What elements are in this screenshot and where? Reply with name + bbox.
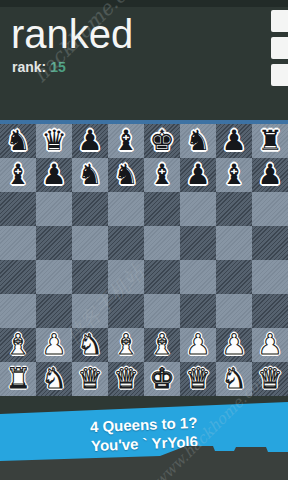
square-e3[interactable]	[144, 294, 180, 328]
square-h5[interactable]	[252, 226, 288, 260]
square-d6[interactable]	[108, 192, 144, 226]
square-h3[interactable]	[252, 294, 288, 328]
piece-bN-f8[interactable]: ♞	[180, 124, 216, 158]
piece-bP-b7[interactable]: ♟	[36, 158, 72, 192]
piece-bB-g7[interactable]: ♝	[216, 158, 252, 192]
square-a7[interactable]: ♝	[0, 158, 36, 192]
square-b5[interactable]	[36, 226, 72, 260]
square-b4[interactable]	[36, 260, 72, 294]
square-e5[interactable]	[144, 226, 180, 260]
piece-bR-h8[interactable]: ♜	[252, 124, 288, 158]
piece-bQ-b8[interactable]: ♛	[36, 124, 72, 158]
square-e8[interactable]: ♚	[144, 124, 180, 158]
square-d1[interactable]: ♛	[108, 362, 144, 396]
piece-bB-e7[interactable]: ♝	[144, 158, 180, 192]
square-a5[interactable]	[0, 226, 36, 260]
square-h7[interactable]: ♟	[252, 158, 288, 192]
square-e2[interactable]: ♝	[144, 328, 180, 362]
square-a6[interactable]	[0, 192, 36, 226]
square-b6[interactable]	[36, 192, 72, 226]
square-b1[interactable]: ♞	[36, 362, 72, 396]
piece-wQ-d1[interactable]: ♛	[108, 362, 144, 396]
square-f3[interactable]	[180, 294, 216, 328]
piece-wN-g1[interactable]: ♞	[216, 362, 252, 396]
square-h6[interactable]	[252, 192, 288, 226]
square-b8[interactable]: ♛	[36, 124, 72, 158]
square-c3[interactable]	[72, 294, 108, 328]
square-d7[interactable]: ♞	[108, 158, 144, 192]
square-f8[interactable]: ♞	[180, 124, 216, 158]
square-e1[interactable]: ♚	[144, 362, 180, 396]
square-f6[interactable]	[180, 192, 216, 226]
piece-bB-a7[interactable]: ♝	[0, 158, 36, 192]
square-a8[interactable]: ♞	[0, 124, 36, 158]
square-h8[interactable]: ♜	[252, 124, 288, 158]
square-a4[interactable]	[0, 260, 36, 294]
square-e6[interactable]	[144, 192, 180, 226]
square-h4[interactable]	[252, 260, 288, 294]
rank-label: rank:	[12, 59, 46, 75]
square-b3[interactable]	[36, 294, 72, 328]
piece-bP-h7[interactable]: ♟	[252, 158, 288, 192]
square-f2[interactable]: ♟	[180, 328, 216, 362]
rank-row: rank:15	[12, 59, 66, 75]
square-c2[interactable]: ♞	[72, 328, 108, 362]
square-c5[interactable]	[72, 226, 108, 260]
square-c4[interactable]	[72, 260, 108, 294]
square-e4[interactable]	[144, 260, 180, 294]
square-d8[interactable]: ♝	[108, 124, 144, 158]
piece-wP-g2[interactable]: ♟	[216, 328, 252, 362]
chess-board: ♞♛♟♝♚♞♟♜♝♟♞♞♝♟♝♟♝♟♞♝♝♟♟♟♜♞♛♛♚♛♞♛	[0, 120, 288, 396]
square-g3[interactable]	[216, 294, 252, 328]
square-h1[interactable]: ♛	[252, 362, 288, 396]
board-grid: ♞♛♟♝♚♞♟♜♝♟♞♞♝♟♝♟♝♟♞♝♝♟♟♟♜♞♛♛♚♛♞♛	[0, 124, 288, 396]
piece-wB-d2[interactable]: ♝	[108, 328, 144, 362]
square-d2[interactable]: ♝	[108, 328, 144, 362]
piece-bB-d8[interactable]: ♝	[108, 124, 144, 158]
piece-wK-e1[interactable]: ♚	[144, 362, 180, 396]
piece-wR-a1[interactable]: ♜	[0, 362, 36, 396]
piece-bP-f7[interactable]: ♟	[180, 158, 216, 192]
square-a3[interactable]	[0, 294, 36, 328]
square-g6[interactable]	[216, 192, 252, 226]
piece-wN-b1[interactable]: ♞	[36, 362, 72, 396]
square-g8[interactable]: ♟	[216, 124, 252, 158]
square-d5[interactable]	[108, 226, 144, 260]
screen: ranked rank:15 ♞♛♟♝♚♞♟♜♝♟♞♞♝♟♝♟♝♟♞♝♝♟♟♟♜…	[0, 0, 288, 480]
square-e7[interactable]: ♝	[144, 158, 180, 192]
square-g2[interactable]: ♟	[216, 328, 252, 362]
piece-wQ-f1[interactable]: ♛	[180, 362, 216, 396]
square-g1[interactable]: ♞	[216, 362, 252, 396]
square-a2[interactable]: ♝	[0, 328, 36, 362]
page-title: ranked	[11, 12, 133, 56]
top-strip	[0, 0, 288, 7]
piece-bN-a8[interactable]: ♞	[0, 124, 36, 158]
hamburger-icon	[271, 64, 288, 86]
piece-wB-a2[interactable]: ♝	[0, 328, 36, 362]
square-c8[interactable]: ♟	[72, 124, 108, 158]
square-a1[interactable]: ♜	[0, 362, 36, 396]
piece-bP-g8[interactable]: ♟	[216, 124, 252, 158]
square-b7[interactable]: ♟	[36, 158, 72, 192]
square-c1[interactable]: ♛	[72, 362, 108, 396]
square-g5[interactable]	[216, 226, 252, 260]
rank-value: 15	[50, 59, 66, 75]
square-f7[interactable]: ♟	[180, 158, 216, 192]
piece-wQ-c1[interactable]: ♛	[72, 362, 108, 396]
square-d3[interactable]	[108, 294, 144, 328]
square-b2[interactable]: ♟	[36, 328, 72, 362]
square-d4[interactable]	[108, 260, 144, 294]
hamburger-icon	[271, 37, 288, 59]
square-g7[interactable]: ♝	[216, 158, 252, 192]
piece-bN-c7[interactable]: ♞	[72, 158, 108, 192]
square-f1[interactable]: ♛	[180, 362, 216, 396]
piece-bK-e8[interactable]: ♚	[144, 124, 180, 158]
square-h2[interactable]: ♟	[252, 328, 288, 362]
piece-wQ-h1[interactable]: ♛	[252, 362, 288, 396]
piece-wP-b2[interactable]: ♟	[36, 328, 72, 362]
hamburger-icon	[271, 10, 288, 32]
square-f5[interactable]	[180, 226, 216, 260]
piece-wP-h2[interactable]: ♟	[252, 328, 288, 362]
piece-wN-c2[interactable]: ♞	[72, 328, 108, 362]
piece-bN-d7[interactable]: ♞	[108, 158, 144, 192]
square-c6[interactable]	[72, 192, 108, 226]
piece-bP-c8[interactable]: ♟	[72, 124, 108, 158]
square-f4[interactable]	[180, 260, 216, 294]
square-g4[interactable]	[216, 260, 252, 294]
square-c7[interactable]: ♞	[72, 158, 108, 192]
menu-button[interactable]	[271, 10, 288, 91]
piece-wP-f2[interactable]: ♟	[180, 328, 216, 362]
piece-wB-e2[interactable]: ♝	[144, 328, 180, 362]
